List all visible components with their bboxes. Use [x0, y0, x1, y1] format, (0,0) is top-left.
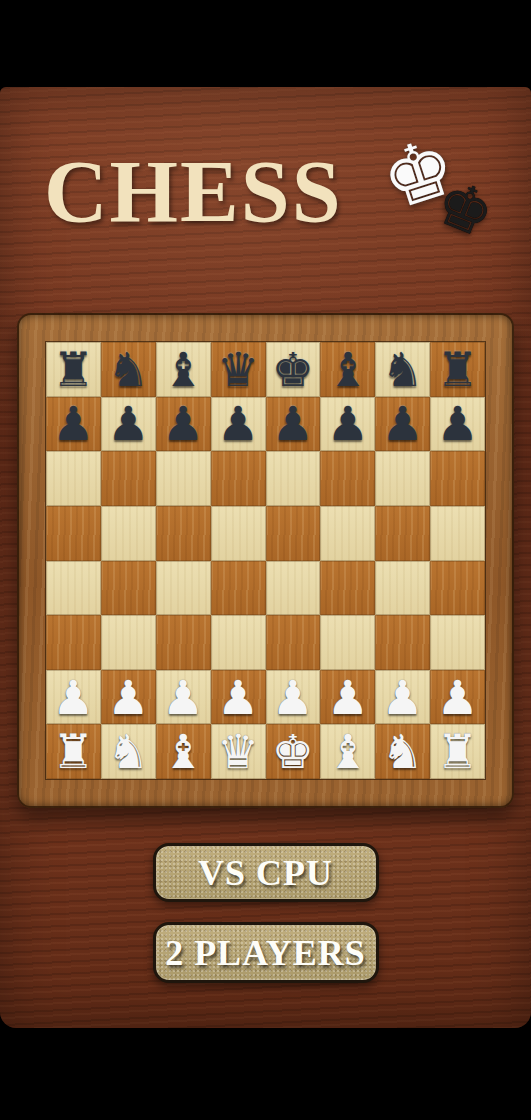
square-g7: ♟	[375, 397, 430, 452]
piece-black-pawn: ♟	[436, 400, 478, 447]
app-title: CHESS	[44, 148, 343, 236]
piece-white-pawn: ♟	[107, 674, 149, 721]
piece-white-pawn: ♟	[436, 674, 478, 721]
piece-black-knight: ♞	[382, 346, 424, 393]
square-c6	[156, 451, 211, 506]
square-e6	[266, 451, 321, 506]
square-d1: ♛	[211, 724, 266, 779]
two-players-button[interactable]: 2 PLAYERS	[153, 922, 379, 983]
square-a3	[46, 615, 101, 670]
square-a2: ♟	[46, 670, 101, 725]
piece-black-rook: ♜	[52, 346, 94, 393]
piece-black-pawn: ♟	[107, 400, 149, 447]
square-a4	[46, 561, 101, 616]
square-b6	[101, 451, 156, 506]
square-g6	[375, 451, 430, 506]
square-h6	[430, 451, 485, 506]
square-g5	[375, 506, 430, 561]
piece-white-king: ♚	[272, 728, 314, 775]
piece-black-pawn: ♟	[327, 400, 369, 447]
square-c5	[156, 506, 211, 561]
square-h7: ♟	[430, 397, 485, 452]
piece-white-bishop: ♝	[327, 728, 369, 775]
square-a1: ♜	[46, 724, 101, 779]
square-d6	[211, 451, 266, 506]
square-e8: ♚	[266, 342, 321, 397]
square-e1: ♚	[266, 724, 321, 779]
square-a5	[46, 506, 101, 561]
square-e4	[266, 561, 321, 616]
square-a7: ♟	[46, 397, 101, 452]
square-g8: ♞	[375, 342, 430, 397]
piece-black-bishop: ♝	[327, 346, 369, 393]
square-d4	[211, 561, 266, 616]
square-e5	[266, 506, 321, 561]
piece-black-bishop: ♝	[162, 346, 204, 393]
square-h2: ♟	[430, 670, 485, 725]
square-c3	[156, 615, 211, 670]
piece-white-pawn: ♟	[327, 674, 369, 721]
piece-white-pawn: ♟	[382, 674, 424, 721]
square-b1: ♞	[101, 724, 156, 779]
piece-white-pawn: ♟	[162, 674, 204, 721]
square-d7: ♟	[211, 397, 266, 452]
square-b4	[101, 561, 156, 616]
square-b3	[101, 615, 156, 670]
piece-black-rook: ♜	[436, 346, 478, 393]
piece-black-pawn: ♟	[382, 400, 424, 447]
square-f7: ♟	[320, 397, 375, 452]
square-h1: ♜	[430, 724, 485, 779]
square-d8: ♛	[211, 342, 266, 397]
square-e7: ♟	[266, 397, 321, 452]
piece-black-pawn: ♟	[217, 400, 259, 447]
piece-white-pawn: ♟	[52, 674, 94, 721]
square-h8: ♜	[430, 342, 485, 397]
square-b7: ♟	[101, 397, 156, 452]
square-f3	[320, 615, 375, 670]
square-h4	[430, 561, 485, 616]
square-f4	[320, 561, 375, 616]
square-f6	[320, 451, 375, 506]
square-b8: ♞	[101, 342, 156, 397]
piece-white-pawn: ♟	[217, 674, 259, 721]
square-b2: ♟	[101, 670, 156, 725]
piece-white-queen: ♛	[217, 728, 259, 775]
square-d3	[211, 615, 266, 670]
piece-black-knight: ♞	[107, 346, 149, 393]
square-g4	[375, 561, 430, 616]
square-f1: ♝	[320, 724, 375, 779]
square-c8: ♝	[156, 342, 211, 397]
piece-white-rook: ♜	[436, 728, 478, 775]
app-screen: CHESS ♚ ♚ ♜♞♝♛♚♝♞♜♟♟♟♟♟♟♟♟♟♟♟♟♟♟♟♟♜♞♝♛♚♝…	[0, 0, 531, 1120]
piece-black-queen: ♛	[217, 346, 259, 393]
square-h3	[430, 615, 485, 670]
square-f8: ♝	[320, 342, 375, 397]
square-e2: ♟	[266, 670, 321, 725]
square-c1: ♝	[156, 724, 211, 779]
vs-cpu-button[interactable]: VS CPU	[153, 843, 379, 902]
square-g2: ♟	[375, 670, 430, 725]
square-g3	[375, 615, 430, 670]
piece-white-knight: ♞	[382, 728, 424, 775]
square-e3	[266, 615, 321, 670]
piece-white-knight: ♞	[107, 728, 149, 775]
piece-black-pawn: ♟	[162, 400, 204, 447]
piece-black-pawn: ♟	[272, 400, 314, 447]
square-c2: ♟	[156, 670, 211, 725]
square-c7: ♟	[156, 397, 211, 452]
square-c4	[156, 561, 211, 616]
square-d2: ♟	[211, 670, 266, 725]
square-b5	[101, 506, 156, 561]
board-squares: ♜♞♝♛♚♝♞♜♟♟♟♟♟♟♟♟♟♟♟♟♟♟♟♟♜♞♝♛♚♝♞♜	[45, 341, 486, 780]
chess-board: ♜♞♝♛♚♝♞♜♟♟♟♟♟♟♟♟♟♟♟♟♟♟♟♟♜♞♝♛♚♝♞♜	[17, 313, 514, 808]
piece-white-pawn: ♟	[272, 674, 314, 721]
piece-white-bishop: ♝	[162, 728, 204, 775]
square-d5	[211, 506, 266, 561]
letterbox-top	[0, 0, 531, 87]
square-h5	[430, 506, 485, 561]
letterbox-bottom	[0, 1028, 531, 1120]
square-f5	[320, 506, 375, 561]
square-g1: ♞	[375, 724, 430, 779]
square-a8: ♜	[46, 342, 101, 397]
piece-white-rook: ♜	[52, 728, 94, 775]
square-f2: ♟	[320, 670, 375, 725]
square-a6	[46, 451, 101, 506]
piece-black-pawn: ♟	[52, 400, 94, 447]
piece-black-king: ♚	[272, 346, 314, 393]
